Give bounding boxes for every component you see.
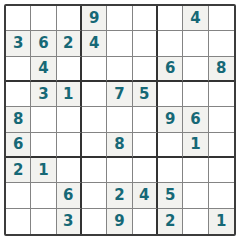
cell-r1c3[interactable] <box>57 6 82 31</box>
cell-r7c9[interactable] <box>209 158 234 183</box>
cell-r7c6[interactable] <box>133 158 158 183</box>
cell-r2c6[interactable] <box>133 31 158 56</box>
cell-r8c2[interactable] <box>31 183 56 208</box>
cell-r6c5[interactable]: 8 <box>107 133 132 158</box>
cell-r4c8[interactable] <box>183 82 208 107</box>
cell-r4c6[interactable]: 5 <box>133 82 158 107</box>
cell-r7c2[interactable]: 1 <box>31 158 56 183</box>
cell-r7c3[interactable] <box>57 158 82 183</box>
cell-r5c1[interactable]: 8 <box>6 107 31 132</box>
cell-r3c9[interactable]: 8 <box>209 57 234 82</box>
cell-r1c7[interactable] <box>158 6 183 31</box>
cell-r7c4[interactable] <box>82 158 107 183</box>
cell-r3c1[interactable] <box>6 57 31 82</box>
cell-r9c7[interactable]: 2 <box>158 209 183 234</box>
cell-r4c3[interactable]: 1 <box>57 82 82 107</box>
cell-r4c9[interactable] <box>209 82 234 107</box>
cell-r9c9[interactable]: 1 <box>209 209 234 234</box>
cell-r3c3[interactable] <box>57 57 82 82</box>
cell-r1c8[interactable]: 4 <box>183 6 208 31</box>
cell-r2c3[interactable]: 2 <box>57 31 82 56</box>
cell-r2c2[interactable]: 6 <box>31 31 56 56</box>
cell-r9c6[interactable] <box>133 209 158 234</box>
cell-r5c8[interactable]: 6 <box>183 107 208 132</box>
cell-r5c2[interactable] <box>31 107 56 132</box>
cell-r2c1[interactable]: 3 <box>6 31 31 56</box>
cell-r1c1[interactable] <box>6 6 31 31</box>
cell-r9c1[interactable] <box>6 209 31 234</box>
cell-r5c3[interactable] <box>57 107 82 132</box>
cell-r7c8[interactable] <box>183 158 208 183</box>
cell-r4c5[interactable]: 7 <box>107 82 132 107</box>
cell-r1c2[interactable] <box>31 6 56 31</box>
cell-r5c7[interactable]: 9 <box>158 107 183 132</box>
cell-r5c6[interactable] <box>133 107 158 132</box>
cell-r3c5[interactable] <box>107 57 132 82</box>
cell-r2c8[interactable] <box>183 31 208 56</box>
cell-r4c2[interactable]: 3 <box>31 82 56 107</box>
cell-r3c4[interactable] <box>82 57 107 82</box>
cell-r9c2[interactable] <box>31 209 56 234</box>
cell-r6c9[interactable] <box>209 133 234 158</box>
cell-r8c1[interactable] <box>6 183 31 208</box>
cell-r7c5[interactable] <box>107 158 132 183</box>
cell-r6c3[interactable] <box>57 133 82 158</box>
cell-r8c7[interactable]: 5 <box>158 183 183 208</box>
cell-r1c6[interactable] <box>133 6 158 31</box>
cell-r5c4[interactable] <box>82 107 107 132</box>
sudoku-page: 94362446831758966812162453921 <box>0 0 240 240</box>
cell-r6c4[interactable] <box>82 133 107 158</box>
cell-r3c6[interactable] <box>133 57 158 82</box>
cell-r9c4[interactable] <box>82 209 107 234</box>
cell-r6c2[interactable] <box>31 133 56 158</box>
cell-r8c5[interactable]: 2 <box>107 183 132 208</box>
cell-r8c3[interactable]: 6 <box>57 183 82 208</box>
cell-r4c4[interactable] <box>82 82 107 107</box>
cell-r8c6[interactable]: 4 <box>133 183 158 208</box>
cell-r1c4[interactable]: 9 <box>82 6 107 31</box>
cell-r6c6[interactable] <box>133 133 158 158</box>
cell-r7c7[interactable] <box>158 158 183 183</box>
cell-r4c1[interactable] <box>6 82 31 107</box>
cell-r2c7[interactable] <box>158 31 183 56</box>
cell-r4c7[interactable] <box>158 82 183 107</box>
cell-r9c3[interactable]: 3 <box>57 209 82 234</box>
cell-r5c5[interactable] <box>107 107 132 132</box>
cell-r9c8[interactable] <box>183 209 208 234</box>
cell-r2c4[interactable]: 4 <box>82 31 107 56</box>
cell-r8c9[interactable] <box>209 183 234 208</box>
cell-r1c5[interactable] <box>107 6 132 31</box>
cell-r3c8[interactable] <box>183 57 208 82</box>
cell-r3c2[interactable]: 4 <box>31 57 56 82</box>
cell-r9c5[interactable]: 9 <box>107 209 132 234</box>
cell-r2c5[interactable] <box>107 31 132 56</box>
cell-r8c8[interactable] <box>183 183 208 208</box>
cell-r8c4[interactable] <box>82 183 107 208</box>
cell-r3c7[interactable]: 6 <box>158 57 183 82</box>
cell-r5c9[interactable] <box>209 107 234 132</box>
cell-r6c1[interactable]: 6 <box>6 133 31 158</box>
cell-r7c1[interactable]: 2 <box>6 158 31 183</box>
cell-r6c7[interactable] <box>158 133 183 158</box>
cell-r1c9[interactable] <box>209 6 234 31</box>
cell-r6c8[interactable]: 1 <box>183 133 208 158</box>
cell-r2c9[interactable] <box>209 31 234 56</box>
sudoku-board: 94362446831758966812162453921 <box>4 4 236 236</box>
